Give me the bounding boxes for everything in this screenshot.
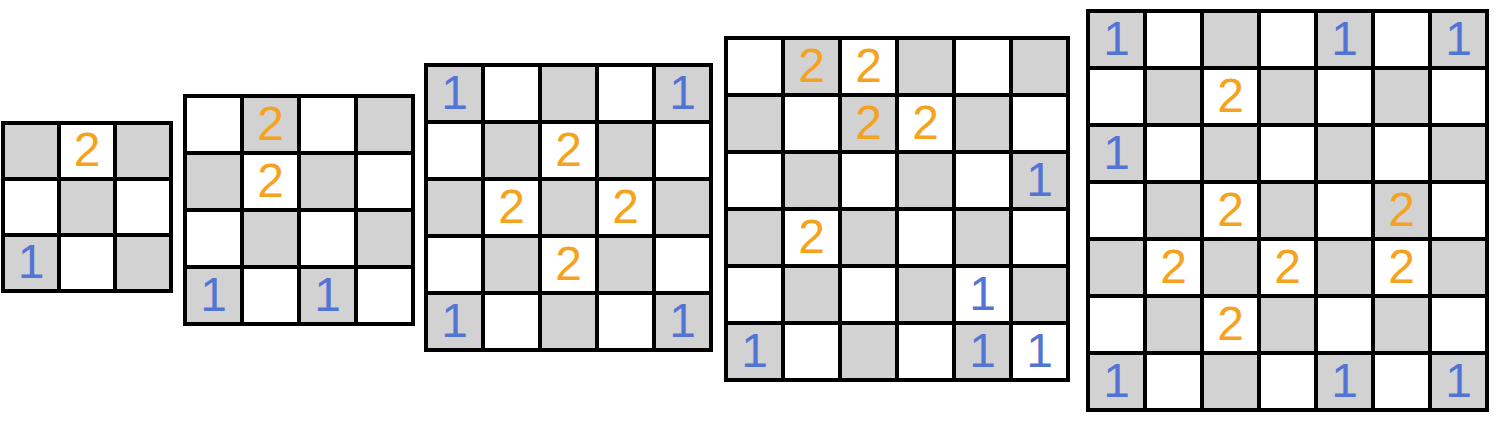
board-3x3-cell-r2c0[interactable]: 1 [5, 237, 57, 289]
board-7x7-cell-r3c1[interactable] [1147, 184, 1200, 237]
board-7x7-cell-r6c5[interactable] [1375, 355, 1428, 408]
board-4x4-cell-r2c1[interactable] [244, 212, 297, 265]
board-6x6-cell-r0c2[interactable]: 2 [842, 40, 895, 93]
board-7x7-cell-r2c6[interactable] [1432, 127, 1485, 180]
board-7x7-cell-r4c5[interactable]: 2 [1375, 241, 1428, 294]
board-6x6-cell-r4c4[interactable]: 1 [956, 268, 1009, 321]
board-7x7-cell-r0c0[interactable]: 1 [1090, 13, 1143, 66]
board-3x3-cell-r1c1[interactable] [61, 181, 113, 233]
board-5x5-cell-r2c1[interactable]: 2 [485, 181, 538, 234]
board-6x6-cell-r3c3[interactable] [899, 211, 952, 264]
board-5x5-cell-r2c3[interactable]: 2 [599, 181, 652, 234]
board-6x6-cell-r4c3[interactable] [899, 268, 952, 321]
board-6x6-cell-r2c1[interactable] [785, 154, 838, 207]
board-6x6-cell-r0c4[interactable] [956, 40, 1009, 93]
board-5x5-cell-r3c3[interactable] [599, 238, 652, 291]
board-6x6-cell-r0c5[interactable] [1013, 40, 1066, 93]
board-4x4-cell-r2c0[interactable] [187, 212, 240, 265]
board-7x7-cell-r3c3[interactable] [1261, 184, 1314, 237]
board-5x5-cell-r3c1[interactable] [485, 238, 538, 291]
board-5x5: 11222211 [424, 63, 713, 352]
board-5x5-cell-r0c4[interactable]: 1 [656, 67, 709, 120]
board-7x7-cell-r5c6[interactable] [1432, 298, 1485, 351]
board-4x4-cell-r2c3[interactable] [358, 212, 411, 265]
board-6x6-cell-r1c4[interactable] [956, 97, 1009, 150]
board-6x6-cell-r1c2[interactable]: 2 [842, 97, 895, 150]
board-5x5-cell-r1c1[interactable] [485, 124, 538, 177]
board-6x6-cell-r0c1[interactable]: 2 [785, 40, 838, 93]
board-4x4-cell-r3c3[interactable] [358, 269, 411, 322]
board-5x5-cell-r2c0[interactable] [428, 181, 481, 234]
board-5x5-cell-r0c3[interactable] [599, 67, 652, 120]
board-7x7-cell-r4c2[interactable] [1204, 241, 1257, 294]
board-5x5-cell-r4c4[interactable]: 1 [656, 295, 709, 348]
board-3x3-cell-r1c2[interactable] [117, 181, 169, 233]
board-4x4-cell-r1c3[interactable] [358, 155, 411, 208]
board-5x5-cell-r1c2[interactable]: 2 [542, 124, 595, 177]
board-6x6-cell-r3c5[interactable] [1013, 211, 1066, 264]
board-7x7-cell-r0c3[interactable] [1261, 13, 1314, 66]
board-4x4-cell-r3c1[interactable] [244, 269, 297, 322]
board-7x7-cell-r1c1[interactable] [1147, 70, 1200, 123]
board-4x4-cell-r1c1[interactable]: 2 [244, 155, 297, 208]
board-5x5-cell-r3c2[interactable]: 2 [542, 238, 595, 291]
board-6x6-cell-r1c3[interactable]: 2 [899, 97, 952, 150]
board-7x7-cell-r5c1[interactable] [1147, 298, 1200, 351]
board-6x6-cell-r5c0[interactable]: 1 [728, 325, 781, 378]
board-7x7-cell-r5c4[interactable] [1318, 298, 1371, 351]
board-7x7-cell-r6c4[interactable]: 1 [1318, 355, 1371, 408]
board-7x7-cell-r2c4[interactable] [1318, 127, 1371, 180]
board-7x7-cell-r2c1[interactable] [1147, 127, 1200, 180]
board-5x5-cell-r1c0[interactable] [428, 124, 481, 177]
board-5x5-cell-r1c3[interactable] [599, 124, 652, 177]
board-6x6-cell-r5c1[interactable] [785, 325, 838, 378]
board-4x4-cell-r0c3[interactable] [358, 98, 411, 151]
board-7x7-cell-r5c5[interactable] [1375, 298, 1428, 351]
board-5x5-cell-r4c3[interactable] [599, 295, 652, 348]
board-7x7-cell-r2c5[interactable] [1375, 127, 1428, 180]
board-7x7-cell-r4c0[interactable] [1090, 241, 1143, 294]
board-4x4-cell-r2c2[interactable] [301, 212, 354, 265]
board-7x7-cell-r1c2[interactable]: 2 [1204, 70, 1257, 123]
board-7x7-cell-r1c0[interactable] [1090, 70, 1143, 123]
board-6x6-cell-r3c2[interactable] [842, 211, 895, 264]
board-4x4-cell-r1c0[interactable] [187, 155, 240, 208]
board-5x5-cell-r4c1[interactable] [485, 295, 538, 348]
board-6x6-cell-r3c1[interactable]: 2 [785, 211, 838, 264]
board-7x7-cell-r3c2[interactable]: 2 [1204, 184, 1257, 237]
board-7x7-cell-r3c6[interactable] [1432, 184, 1485, 237]
board-7x7-cell-r3c5[interactable]: 2 [1375, 184, 1428, 237]
board-6x6-cell-r4c5[interactable] [1013, 268, 1066, 321]
board-6x6-cell-r0c0[interactable] [728, 40, 781, 93]
board-3x3-cell-r0c2[interactable] [117, 125, 169, 177]
board-4x4-cell-r0c0[interactable] [187, 98, 240, 151]
board-7x7-cell-r2c0[interactable]: 1 [1090, 127, 1143, 180]
board-7x7-cell-r2c3[interactable] [1261, 127, 1314, 180]
board-3x3-cell-r2c2[interactable] [117, 237, 169, 289]
board-7x7-cell-r6c6[interactable]: 1 [1432, 355, 1485, 408]
board-7x7-cell-r0c1[interactable] [1147, 13, 1200, 66]
board-6x6-cell-r2c5[interactable]: 1 [1013, 154, 1066, 207]
board-7x7-cell-r6c3[interactable] [1261, 355, 1314, 408]
board-6x6-cell-r1c5[interactable] [1013, 97, 1066, 150]
board-5x5-cell-r2c4[interactable] [656, 181, 709, 234]
board-4x4-cell-r3c2[interactable]: 1 [301, 269, 354, 322]
board-5x5-cell-r4c2[interactable] [542, 295, 595, 348]
board-5x5-cell-r3c4[interactable] [656, 238, 709, 291]
board-7x7-cell-r1c6[interactable] [1432, 70, 1485, 123]
board-4x4-cell-r1c2[interactable] [301, 155, 354, 208]
board-6x6: 2222121111 [724, 36, 1070, 382]
board-6x6-cell-r4c2[interactable] [842, 268, 895, 321]
puzzle-canvas: 21 2211 11222211 2222121111 111212222221… [0, 0, 1500, 424]
board-6x6-cell-r5c5[interactable]: 1 [1013, 325, 1066, 378]
board-6x6-cell-r3c0[interactable] [728, 211, 781, 264]
board-6x6-cell-r5c4[interactable]: 1 [956, 325, 1009, 378]
board-6x6-cell-r5c3[interactable] [899, 325, 952, 378]
board-6x6-cell-r2c3[interactable] [899, 154, 952, 207]
board-7x7-cell-r1c5[interactable] [1375, 70, 1428, 123]
board-7x7-cell-r4c3[interactable]: 2 [1261, 241, 1314, 294]
board-4x4-cell-r3c0[interactable]: 1 [187, 269, 240, 322]
board-6x6-cell-r2c2[interactable] [842, 154, 895, 207]
board-4x4-cell-r0c2[interactable] [301, 98, 354, 151]
board-7x7-cell-r3c4[interactable] [1318, 184, 1371, 237]
board-5x5-cell-r4c0[interactable]: 1 [428, 295, 481, 348]
board-5x5-cell-r0c1[interactable] [485, 67, 538, 120]
board-5x5-cell-r1c4[interactable] [656, 124, 709, 177]
board-6x6-cell-r4c1[interactable] [785, 268, 838, 321]
board-3x3-cell-r1c0[interactable] [5, 181, 57, 233]
board-7x7: 11121222222111 [1086, 9, 1489, 412]
board-6x6-cell-r4c0[interactable] [728, 268, 781, 321]
board-7x7-cell-r3c0[interactable] [1090, 184, 1143, 237]
board-6x6-cell-r0c3[interactable] [899, 40, 952, 93]
board-4x4: 2211 [183, 94, 415, 326]
board-6x6-cell-r1c1[interactable] [785, 97, 838, 150]
board-7x7-cell-r5c2[interactable]: 2 [1204, 298, 1257, 351]
board-7x7-cell-r2c2[interactable] [1204, 127, 1257, 180]
board-7x7-cell-r1c4[interactable] [1318, 70, 1371, 123]
board-7x7-cell-r0c4[interactable]: 1 [1318, 13, 1371, 66]
board-7x7-cell-r5c0[interactable] [1090, 298, 1143, 351]
board-7x7-cell-r4c4[interactable] [1318, 241, 1371, 294]
board-6x6-cell-r3c4[interactable] [956, 211, 1009, 264]
board-3x3-cell-r2c1[interactable] [61, 237, 113, 289]
board-7x7-cell-r1c3[interactable] [1261, 70, 1314, 123]
board-7x7-cell-r0c6[interactable]: 1 [1432, 13, 1485, 66]
board-4x4-cell-r0c1[interactable]: 2 [244, 98, 297, 151]
board-7x7-cell-r0c2[interactable] [1204, 13, 1257, 66]
board-6x6-cell-r5c2[interactable] [842, 325, 895, 378]
board-6x6-cell-r1c0[interactable] [728, 97, 781, 150]
board-7x7-cell-r0c5[interactable] [1375, 13, 1428, 66]
board-3x3-cell-r0c0[interactable] [5, 125, 57, 177]
board-7x7-cell-r4c6[interactable] [1432, 241, 1485, 294]
board-5x5-cell-r0c2[interactable] [542, 67, 595, 120]
board-3x3-cell-r0c1[interactable]: 2 [61, 125, 113, 177]
board-7x7-cell-r4c1[interactable]: 2 [1147, 241, 1200, 294]
board-7x7-cell-r6c0[interactable]: 1 [1090, 355, 1143, 408]
board-3x3: 21 [1, 121, 173, 293]
board-5x5-cell-r3c0[interactable] [428, 238, 481, 291]
board-5x5-cell-r0c0[interactable]: 1 [428, 67, 481, 120]
board-6x6-cell-r2c0[interactable] [728, 154, 781, 207]
board-7x7-cell-r6c2[interactable] [1204, 355, 1257, 408]
board-5x5-cell-r2c2[interactable] [542, 181, 595, 234]
board-6x6-cell-r2c4[interactable] [956, 154, 1009, 207]
board-7x7-cell-r5c3[interactable] [1261, 298, 1314, 351]
board-7x7-cell-r6c1[interactable] [1147, 355, 1200, 408]
